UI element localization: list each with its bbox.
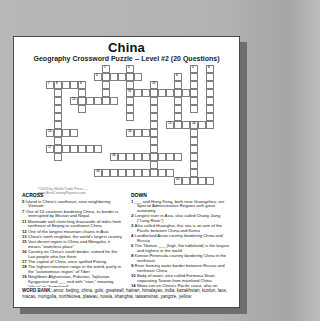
grid-cell[interactable]	[174, 105, 182, 113]
grid-cell[interactable]	[206, 113, 214, 121]
grid-cell[interactable]	[190, 97, 198, 105]
grid-cell[interactable]: 16	[126, 129, 134, 137]
grid-gap	[158, 177, 166, 185]
grid-cell[interactable]	[150, 121, 158, 129]
grid-gap	[110, 145, 118, 153]
grid-cell[interactable]	[190, 161, 198, 169]
grid-gap	[198, 129, 206, 137]
word-bank: WORD BANK: amur, beijing, china, gobi, g…	[22, 288, 232, 304]
grid-gap	[46, 97, 54, 105]
cell-number: 20	[176, 177, 179, 180]
grid-cell[interactable]	[62, 145, 70, 153]
grid-gap	[182, 97, 190, 105]
grid-gap	[94, 129, 102, 137]
grid-cell[interactable]	[126, 73, 134, 81]
grid-cell[interactable]	[102, 81, 110, 89]
down-header: DOWN	[131, 193, 232, 198]
grid-gap	[142, 65, 150, 73]
grid-gap	[46, 153, 54, 161]
grid-gap	[102, 177, 110, 185]
grid-gap	[110, 121, 118, 129]
grid-gap	[46, 161, 54, 169]
grid-cell[interactable]	[118, 169, 126, 177]
grid-gap	[94, 113, 102, 121]
grid-gap	[94, 105, 102, 113]
grid-gap	[182, 113, 190, 121]
clue-item: 16 Country on China's south border, name…	[22, 249, 123, 259]
grid-gap	[158, 137, 166, 145]
grid-gap	[158, 65, 166, 73]
grid-cell[interactable]	[206, 81, 214, 89]
grid-gap	[38, 161, 46, 169]
grid-gap	[142, 145, 150, 153]
grid-cell[interactable]	[86, 145, 94, 153]
grid-gap	[62, 161, 70, 169]
clue-item: 5 Island in China's southeast, near neig…	[22, 199, 123, 209]
grid-gap	[86, 169, 94, 177]
grid-gap	[102, 129, 110, 137]
grid-gap	[62, 97, 70, 105]
grid-gap	[110, 177, 118, 185]
grid-cell[interactable]: 1	[102, 65, 110, 73]
grid-cell[interactable]	[70, 129, 78, 137]
grid-gap	[166, 137, 174, 145]
cell-number: 15	[48, 129, 51, 132]
grid-cell[interactable]	[134, 169, 142, 177]
grid-cell[interactable]	[190, 105, 198, 113]
grid-gap	[62, 113, 70, 121]
grid-gap	[70, 153, 78, 161]
grid-gap	[142, 105, 150, 113]
grid-cell[interactable]	[190, 145, 198, 153]
grid-gap	[94, 121, 102, 129]
grid-gap	[198, 105, 206, 113]
crossword-grid: 1234567891011121314151617181920	[38, 65, 214, 185]
clue-item: 2 Longest river in Asia, also called Cha…	[131, 214, 232, 224]
grid-gap	[174, 169, 182, 177]
grid-gap	[158, 161, 166, 169]
grid-gap	[126, 121, 134, 129]
clue-item: 14 Mega city on China's Pacific coast, a…	[131, 284, 232, 288]
grid-cell[interactable]	[174, 153, 182, 161]
grid-gap	[118, 105, 126, 113]
grid-gap	[198, 169, 206, 177]
grid-gap	[78, 113, 86, 121]
grid-gap	[150, 73, 158, 81]
grid-cell[interactable]	[126, 113, 134, 121]
grid-cell[interactable]	[198, 177, 206, 185]
grid-cell[interactable]	[54, 153, 62, 161]
grid-gap	[86, 153, 94, 161]
clue-item: 8 Korean Peninsula country bordering Chi…	[131, 254, 232, 264]
cell-number: 13	[168, 121, 171, 124]
grid-cell[interactable]	[150, 145, 158, 153]
grid-cell[interactable]	[134, 73, 142, 81]
grid-gap	[62, 65, 70, 73]
cell-number: 12	[72, 97, 75, 100]
grid-gap	[94, 161, 102, 169]
cell-number: 5	[96, 73, 98, 76]
grid-cell[interactable]	[94, 145, 102, 153]
grid-cell[interactable]	[174, 97, 182, 105]
cell-number: 17	[48, 145, 51, 148]
grid-cell[interactable]	[86, 97, 94, 105]
grid-cell[interactable]: 9	[78, 81, 86, 89]
clue-item: 6 The Tibetan ___ (high, flat tableland)…	[131, 244, 232, 254]
grid-gap	[62, 137, 70, 145]
grid-cell[interactable]	[134, 89, 142, 97]
grid-cell[interactable]: 20	[174, 177, 182, 185]
clue-section: ACROSS 5 Island in China's southeast, ne…	[22, 193, 232, 287]
grid-gap	[142, 121, 150, 129]
grid-gap	[198, 137, 206, 145]
grid-cell[interactable]	[142, 153, 150, 161]
grid-gap	[86, 161, 94, 169]
grid-cell[interactable]: 4	[206, 65, 214, 73]
grid-gap	[94, 89, 102, 97]
grid-cell[interactable]	[78, 97, 86, 105]
grid-gap	[102, 105, 110, 113]
cell-number: 10	[152, 81, 155, 84]
grid-cell[interactable]: 14	[190, 121, 198, 129]
grid-gap	[86, 81, 94, 89]
grid-gap	[158, 113, 166, 121]
grid-cell[interactable]	[198, 121, 206, 129]
grid-gap	[126, 137, 134, 145]
grid-gap	[38, 137, 46, 145]
grid-gap	[174, 161, 182, 169]
grid-cell[interactable]: 12	[70, 97, 78, 105]
grid-cell[interactable]	[190, 153, 198, 161]
grid-cell[interactable]: 19	[94, 169, 102, 177]
grid-gap	[158, 105, 166, 113]
grid-gap	[102, 161, 110, 169]
grid-cell[interactable]	[110, 169, 118, 177]
clue-item: 7 One of 14 countries bordering China, i…	[22, 209, 123, 219]
grid-gap	[158, 121, 166, 129]
grid-gap	[166, 65, 174, 73]
grid-gap	[46, 137, 54, 145]
grid-cell[interactable]	[174, 121, 182, 129]
grid-cell[interactable]	[190, 137, 198, 145]
grid-cell[interactable]	[126, 105, 134, 113]
grid-cell[interactable]	[126, 97, 134, 105]
grid-gap	[126, 177, 134, 185]
grid-gap	[46, 89, 54, 97]
grid-gap	[62, 177, 70, 185]
grid-gap	[198, 153, 206, 161]
grid-gap	[70, 89, 78, 97]
grid-gap	[182, 145, 190, 153]
grid-gap	[126, 161, 134, 169]
grid-gap	[118, 145, 126, 153]
grid-cell[interactable]	[158, 153, 166, 161]
grid-cell[interactable]	[78, 89, 86, 97]
grid-cell[interactable]	[150, 129, 158, 137]
grid-gap	[94, 153, 102, 161]
grid-cell[interactable]	[118, 153, 126, 161]
word-bank-label: WORD BANK:	[22, 288, 52, 293]
grid-gap	[54, 73, 62, 81]
grid-gap	[110, 137, 118, 145]
grid-cell[interactable]	[126, 81, 134, 89]
across-column: ACROSS 5 Island in China's southeast, ne…	[22, 193, 123, 287]
clue-item: 10 Body of water, also called Formosa St…	[131, 274, 232, 284]
cell-number: 6	[176, 73, 178, 76]
grid-gap	[182, 81, 190, 89]
grid-cell[interactable]	[206, 121, 214, 129]
grid-gap	[70, 73, 78, 81]
grid-cell[interactable]: 8	[54, 81, 62, 89]
grid-gap	[62, 105, 70, 113]
grid-gap	[78, 121, 86, 129]
grid-cell[interactable]	[150, 137, 158, 145]
grid-gap	[78, 137, 86, 145]
cell-number: 14	[192, 121, 195, 124]
grid-gap	[166, 145, 174, 153]
grid-gap	[38, 113, 46, 121]
grid-gap	[46, 177, 54, 185]
grid-cell[interactable]	[174, 89, 182, 97]
grid-cell[interactable]	[102, 97, 110, 105]
grid-cell[interactable]	[166, 89, 174, 97]
grid-cell[interactable]	[126, 169, 134, 177]
grid-gap	[206, 145, 214, 153]
grid-gap	[62, 89, 70, 97]
grid-gap	[94, 177, 102, 185]
grid-gap	[70, 65, 78, 73]
grid-gap	[46, 65, 54, 73]
grid-cell[interactable]	[150, 161, 158, 169]
grid-cell[interactable]	[166, 153, 174, 161]
grid-gap	[134, 177, 142, 185]
clue-item: 1 ___ and Hong Kong, both near Guangzhou…	[131, 199, 232, 213]
grid-cell[interactable]	[62, 81, 70, 89]
grid-cell[interactable]	[118, 73, 126, 81]
grid-gap	[166, 81, 174, 89]
grid-gap	[198, 81, 206, 89]
grid-gap	[134, 113, 142, 121]
grid-gap	[110, 161, 118, 169]
grid-gap	[86, 129, 94, 137]
cell-number: 8	[56, 81, 58, 84]
grid-cell[interactable]	[102, 169, 110, 177]
cell-number: 11	[128, 89, 131, 92]
grid-gap	[70, 161, 78, 169]
grid-cell[interactable]	[78, 105, 86, 113]
grid-cell[interactable]: 18	[110, 153, 118, 161]
word-bank-words: amur, beijing, china, gobi, greatwall, h…	[22, 288, 227, 298]
grid-gap	[206, 161, 214, 169]
grid-cell[interactable]: 17	[46, 145, 54, 153]
grid-gap	[54, 169, 62, 177]
grid-cell[interactable]	[206, 105, 214, 113]
grid-gap	[174, 129, 182, 137]
grid-gap	[182, 137, 190, 145]
grid-cell[interactable]	[150, 89, 158, 97]
grid-cell[interactable]	[174, 113, 182, 121]
grid-cell[interactable]	[62, 129, 70, 137]
down-column: DOWN 1 ___ and Hong Kong, both near Guan…	[131, 193, 232, 287]
grid-cell[interactable]: 13	[166, 121, 174, 129]
grid-gap	[102, 137, 110, 145]
grid-cell[interactable]	[150, 113, 158, 121]
clue-item: 3 Also called Huanghai, this sea is an a…	[131, 224, 232, 234]
down-clue-list: 1 ___ and Hong Kong, both near Guangzhou…	[131, 199, 232, 287]
grid-cell[interactable]	[54, 137, 62, 145]
grid-gap	[198, 145, 206, 153]
grid-cell[interactable]	[110, 73, 118, 81]
grid-gap	[118, 129, 126, 137]
grid-gap	[198, 161, 206, 169]
grid-gap	[46, 73, 54, 81]
grid-cell[interactable]: 10	[150, 81, 158, 89]
grid-gap	[182, 73, 190, 81]
grid-cell[interactable]	[70, 81, 78, 89]
grid-cell[interactable]: 2	[126, 65, 134, 73]
grid-gap	[38, 145, 46, 153]
grid-gap	[38, 89, 46, 97]
grid-cell[interactable]	[70, 145, 78, 153]
grid-gap	[78, 153, 86, 161]
grid-gap	[182, 105, 190, 113]
grid-cell[interactable]	[206, 89, 214, 97]
clue-item: 18 The highest mountain range in the wor…	[22, 265, 123, 275]
grid-cell[interactable]: 7	[46, 81, 54, 89]
grid-gap	[110, 129, 118, 137]
cell-number: 16	[128, 129, 131, 132]
grid-cell[interactable]	[126, 153, 134, 161]
cell-number: 18	[112, 153, 115, 156]
grid-gap	[94, 65, 102, 73]
grid-cell[interactable]	[190, 73, 198, 81]
grid-cell[interactable]	[54, 145, 62, 153]
grid-gap	[62, 73, 70, 81]
grid-cell[interactable]	[54, 89, 62, 97]
grid-gap	[86, 73, 94, 81]
grid-gap	[38, 177, 46, 185]
grid-cell[interactable]	[190, 81, 198, 89]
cell-number: 19	[96, 169, 99, 172]
grid-cell[interactable]	[102, 73, 110, 81]
grid-gap	[142, 161, 150, 169]
grid-cell[interactable]: 3	[190, 65, 198, 73]
grid-gap	[110, 81, 118, 89]
grid-cell[interactable]	[54, 129, 62, 137]
grid-cell[interactable]	[102, 89, 110, 97]
grid-gap	[150, 177, 158, 185]
grid-cell[interactable]: 11	[126, 89, 134, 97]
grid-cell[interactable]	[190, 89, 198, 97]
grid-gap	[38, 73, 46, 81]
grid-cell[interactable]	[190, 177, 198, 185]
grid-gap	[118, 81, 126, 89]
grid-gap	[102, 145, 110, 153]
grid-cell[interactable]	[134, 129, 142, 137]
grid-cell[interactable]	[182, 121, 190, 129]
grid-cell[interactable]	[158, 89, 166, 97]
grid-cell[interactable]: 6	[174, 73, 182, 81]
grid-gap	[198, 89, 206, 97]
grid-gap	[158, 145, 166, 153]
grid-cell[interactable]	[142, 89, 150, 97]
grid-gap	[198, 73, 206, 81]
grid-gap	[174, 137, 182, 145]
grid-gap	[142, 177, 150, 185]
grid-cell[interactable]	[174, 81, 182, 89]
grid-cell[interactable]	[150, 169, 158, 177]
grid-gap	[174, 145, 182, 153]
grid-gap	[158, 73, 166, 81]
grid-gap	[94, 81, 102, 89]
grid-cell[interactable]	[182, 89, 190, 97]
grid-gap	[86, 121, 94, 129]
grid-gap	[38, 81, 46, 89]
grid-cell[interactable]: 5	[94, 73, 102, 81]
cell-number: 9	[80, 81, 82, 84]
grid-gap	[134, 137, 142, 145]
grid-gap	[54, 177, 62, 185]
grid-cell[interactable]	[54, 97, 62, 105]
grid-gap	[86, 137, 94, 145]
cell-number: 2	[128, 65, 130, 68]
grid-cell[interactable]	[142, 129, 150, 137]
grid-cell[interactable]	[78, 145, 86, 153]
grid-cell[interactable]	[190, 129, 198, 137]
page-subtitle: Geography Crossword Puzzle -- Level #2 (…	[14, 55, 239, 62]
grid-gap	[38, 105, 46, 113]
grid-cell[interactable]	[54, 113, 62, 121]
grid-cell[interactable]	[94, 97, 102, 105]
grid-gap	[46, 105, 54, 113]
cell-number: 3	[192, 65, 194, 68]
grid-gap	[54, 161, 62, 169]
grid-cell[interactable]	[150, 97, 158, 105]
grid-cell[interactable]	[54, 121, 62, 129]
clue-item: 15 Vast desert region in China and Mongo…	[22, 239, 123, 249]
grid-gap	[198, 97, 206, 105]
grid-gap	[134, 81, 142, 89]
grid-cell[interactable]	[150, 153, 158, 161]
grid-gap	[38, 153, 46, 161]
grid-gap	[78, 65, 86, 73]
grid-cell[interactable]	[158, 169, 166, 177]
grid-cell[interactable]	[182, 177, 190, 185]
clue-item: 4 Landlocked Asian country bordering Chi…	[131, 234, 232, 244]
grid-cell[interactable]: 15	[46, 129, 54, 137]
grid-cell[interactable]	[150, 105, 158, 113]
grid-gap	[70, 113, 78, 121]
grid-cell[interactable]	[110, 97, 118, 105]
grid-gap	[198, 113, 206, 121]
grid-cell[interactable]	[54, 105, 62, 113]
grid-cell[interactable]	[206, 97, 214, 105]
grid-cell[interactable]	[206, 177, 214, 185]
grid-cell[interactable]	[142, 169, 150, 177]
grid-gap	[142, 81, 150, 89]
grid-cell[interactable]	[166, 169, 174, 177]
grid-gap	[182, 129, 190, 137]
grid-cell[interactable]	[190, 169, 198, 177]
grid-gap	[166, 161, 174, 169]
grid-gap	[118, 97, 126, 105]
cell-number: 4	[208, 65, 210, 68]
grid-cell[interactable]	[134, 153, 142, 161]
grid-gap	[166, 113, 174, 121]
grid-cell[interactable]	[206, 73, 214, 81]
grid-gap	[86, 113, 94, 121]
grid-gap	[70, 169, 78, 177]
